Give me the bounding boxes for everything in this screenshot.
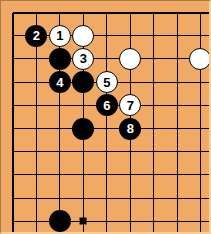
intersection-c3-r7 (48, 140, 72, 163)
intersection-c1-r8 (1, 163, 25, 186)
intersection-c2-r2: 2 (25, 24, 49, 47)
intersection-c7-r7 (142, 140, 166, 163)
intersection-c3-r4: 4 (48, 71, 72, 94)
intersection-c4-r7 (72, 140, 96, 163)
intersection-c5-r1 (95, 1, 119, 24)
intersection-c4-r5 (72, 94, 96, 117)
intersection-c1-r7 (1, 140, 25, 163)
move-number: 4 (56, 76, 63, 89)
black-stone-8: 8 (119, 118, 141, 140)
white-stone (72, 25, 94, 47)
black-stone-4: 4 (49, 71, 71, 93)
black-stone (72, 118, 94, 140)
intersection-c8-r4 (166, 71, 190, 94)
intersection-c8-r7 (166, 140, 190, 163)
intersection-c2-r3 (25, 47, 49, 70)
black-stone (49, 48, 71, 70)
intersection-c7-r9 (142, 187, 166, 210)
move-number: 5 (103, 76, 110, 89)
move-number: 1 (56, 29, 63, 42)
intersection-c7-r8 (142, 163, 166, 186)
intersection-c5-r7 (95, 140, 119, 163)
white-stone-1: 1 (49, 25, 71, 47)
intersection-c8-r6 (166, 117, 190, 140)
intersection-c3-r10 (48, 210, 72, 233)
intersection-c9-r4 (189, 71, 211, 94)
intersection-c4-r8 (72, 163, 96, 186)
intersection-c9-r7 (189, 140, 211, 163)
intersection-c7-r2 (142, 24, 166, 47)
intersection-c7-r6 (142, 117, 166, 140)
intersection-c8-r1 (166, 1, 190, 24)
black-stone (49, 210, 71, 232)
intersection-c1-r6 (1, 117, 25, 140)
intersection-c1-r5 (1, 94, 25, 117)
intersection-c5-r8 (95, 163, 119, 186)
intersection-c4-r2 (72, 24, 96, 47)
intersection-c6-r6: 8 (119, 117, 143, 140)
intersection-c7-r1 (142, 1, 166, 24)
intersection-c9-r5 (189, 94, 211, 117)
intersection-c5-r10 (95, 210, 119, 233)
intersection-c1-r1 (1, 1, 25, 24)
move-number: 8 (127, 122, 134, 135)
intersection-c8-r5 (166, 94, 190, 117)
intersection-c3-r1 (48, 1, 72, 24)
intersection-c9-r8 (189, 163, 211, 186)
intersection-c2-r5 (25, 94, 49, 117)
intersection-c9-r2 (189, 24, 211, 47)
intersection-c7-r3 (142, 47, 166, 70)
intersection-c6-r10 (119, 210, 143, 233)
intersection-c2-r6 (25, 117, 49, 140)
intersection-c9-r9 (189, 187, 211, 210)
intersection-c9-r10 (189, 210, 211, 233)
intersection-c1-r4 (1, 71, 25, 94)
intersection-c5-r2 (95, 24, 119, 47)
move-number: 7 (127, 99, 134, 112)
intersection-c4-r6 (72, 117, 96, 140)
intersection-c8-r8 (166, 163, 190, 186)
white-stone (119, 48, 141, 70)
move-number: 3 (80, 52, 87, 65)
intersection-c2-r9 (25, 187, 49, 210)
intersection-c6-r9 (119, 187, 143, 210)
intersection-c6-r7 (119, 140, 143, 163)
intersection-c3-r3 (48, 47, 72, 70)
white-stone-7: 7 (119, 94, 141, 116)
intersection-c8-r2 (166, 24, 190, 47)
intersection-c5-r6 (95, 117, 119, 140)
star-point-icon (80, 217, 87, 224)
intersection-c5-r5: 6 (95, 94, 119, 117)
move-number: 2 (33, 29, 40, 42)
intersection-c6-r5: 7 (119, 94, 143, 117)
intersection-c1-r9 (1, 187, 25, 210)
intersection-c2-r4 (25, 71, 49, 94)
intersection-c4-r1 (72, 1, 96, 24)
intersection-c6-r4 (119, 71, 143, 94)
intersection-c9-r3 (189, 47, 211, 70)
intersection-c7-r5 (142, 94, 166, 117)
white-stone (189, 48, 211, 70)
intersection-c3-r6 (48, 117, 72, 140)
move-number: 6 (103, 99, 110, 112)
intersection-c2-r10 (25, 210, 49, 233)
intersection-c7-r10 (142, 210, 166, 233)
intersection-c3-r5 (48, 94, 72, 117)
intersection-c5-r3 (95, 47, 119, 70)
intersection-c1-r2 (1, 24, 25, 47)
white-stone-3: 3 (72, 48, 94, 70)
go-board-diagram: 21345678 (0, 0, 211, 234)
intersection-c4-r10 (72, 210, 96, 233)
white-stone-5: 5 (96, 71, 118, 93)
intersection-c7-r4 (142, 71, 166, 94)
intersection-c5-r9 (95, 187, 119, 210)
intersection-c3-r9 (48, 187, 72, 210)
intersection-c2-r8 (25, 163, 49, 186)
intersection-c5-r4: 5 (95, 71, 119, 94)
intersection-c9-r6 (189, 117, 211, 140)
black-stone (72, 71, 94, 93)
intersection-c8-r10 (166, 210, 190, 233)
intersection-c6-r2 (119, 24, 143, 47)
intersection-c2-r1 (25, 1, 49, 24)
intersection-c9-r1 (189, 1, 211, 24)
black-stone-2: 2 (25, 25, 47, 47)
intersection-c4-r3: 3 (72, 47, 96, 70)
go-board-grid: 21345678 (1, 1, 211, 233)
intersection-c1-r3 (1, 47, 25, 70)
intersection-c8-r3 (166, 47, 190, 70)
intersection-c4-r9 (72, 187, 96, 210)
black-stone-6: 6 (96, 94, 118, 116)
intersection-c8-r9 (166, 187, 190, 210)
intersection-c3-r8 (48, 163, 72, 186)
intersection-c6-r8 (119, 163, 143, 186)
intersection-c4-r4 (72, 71, 96, 94)
intersection-c1-r10 (1, 210, 25, 233)
intersection-c6-r1 (119, 1, 143, 24)
intersection-c6-r3 (119, 47, 143, 70)
intersection-c3-r2: 1 (48, 24, 72, 47)
intersection-c2-r7 (25, 140, 49, 163)
